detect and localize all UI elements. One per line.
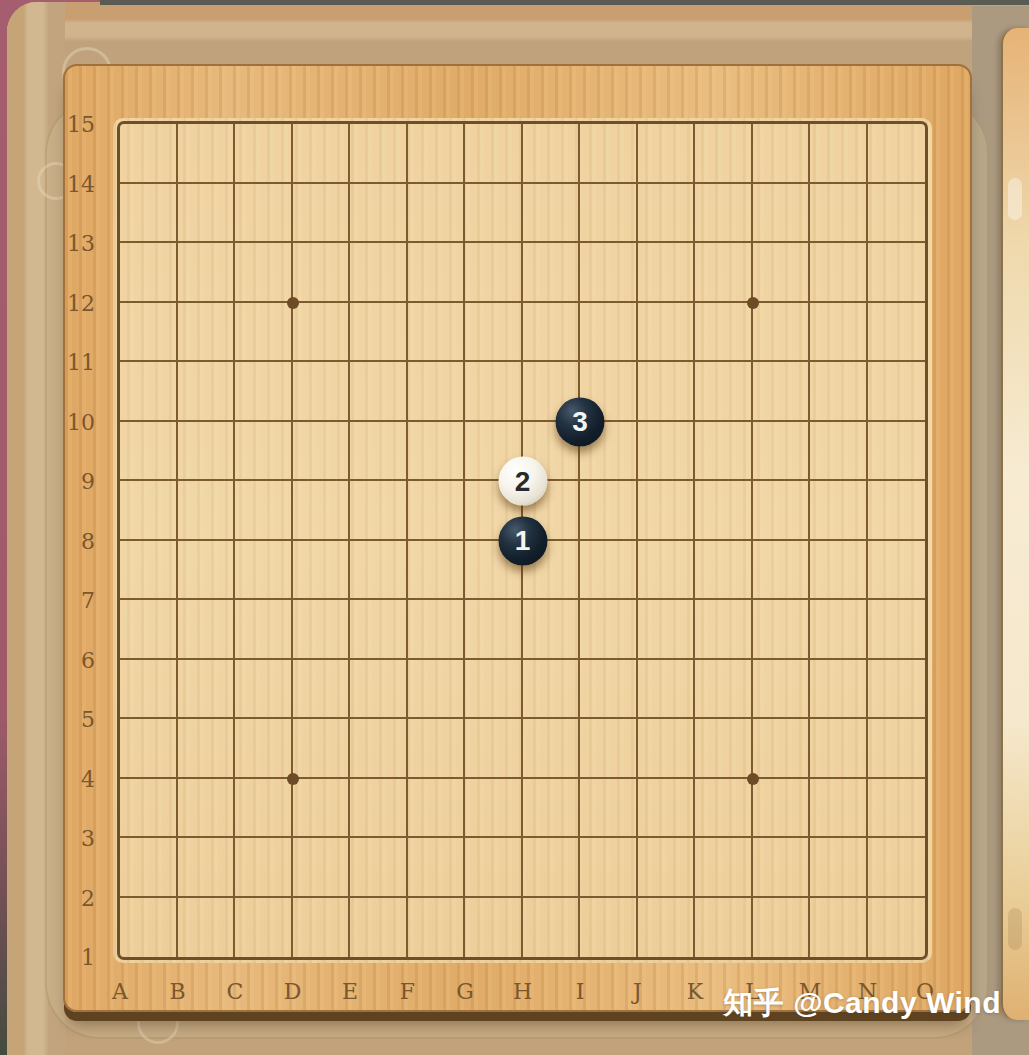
board-cell[interactable] [178, 660, 236, 720]
board-cell[interactable] [465, 898, 523, 958]
board-cell[interactable] [408, 779, 466, 839]
board-cell[interactable] [350, 898, 408, 958]
top-edge-strip [100, 0, 1029, 5]
board-cell[interactable] [120, 600, 178, 660]
stone-white-2-h9: 2 [498, 457, 547, 506]
board-cell[interactable] [753, 303, 811, 363]
board-cell[interactable] [120, 481, 178, 541]
board-cell[interactable] [120, 184, 178, 244]
row-label-7: 7 [81, 588, 95, 613]
board-cell[interactable] [523, 660, 581, 720]
row-label-13: 13 [67, 231, 95, 256]
board-cell[interactable] [465, 362, 523, 422]
row-label-2: 2 [81, 885, 95, 910]
board-cell[interactable] [235, 362, 293, 422]
board-cell[interactable] [638, 779, 696, 839]
row-label-12: 12 [67, 290, 95, 315]
board-playing-field: 151413121110987654321 ABCDEFGHIJKLMNO 12… [113, 118, 932, 963]
board-cell[interactable] [408, 303, 466, 363]
board-cell[interactable] [638, 422, 696, 482]
board-cell[interactable] [120, 838, 178, 898]
board-cell[interactable] [293, 779, 351, 839]
board-cell[interactable] [753, 184, 811, 244]
board-cell[interactable] [868, 779, 926, 839]
board-cell[interactable] [408, 541, 466, 601]
board-cell[interactable] [120, 779, 178, 839]
board-cell[interactable] [523, 838, 581, 898]
frame-top-band [7, 2, 1029, 68]
board-cell[interactable] [580, 481, 638, 541]
board-cell[interactable] [580, 779, 638, 839]
board-cell[interactable] [753, 481, 811, 541]
board-cell[interactable] [753, 898, 811, 958]
board-cell[interactable] [868, 660, 926, 720]
stone-move-number: 3 [572, 408, 588, 436]
board-cell[interactable] [293, 600, 351, 660]
board-cell[interactable] [868, 303, 926, 363]
board-cell[interactable] [178, 124, 236, 184]
board-cell[interactable] [753, 719, 811, 779]
board-cell[interactable] [753, 600, 811, 660]
board-cell[interactable] [465, 719, 523, 779]
board-cell[interactable] [408, 124, 466, 184]
board-cell[interactable] [293, 243, 351, 303]
board-cell[interactable] [408, 719, 466, 779]
board-cell[interactable] [695, 600, 753, 660]
board-cell[interactable] [408, 898, 466, 958]
row-label-9: 9 [81, 469, 95, 494]
board-cell[interactable] [810, 600, 868, 660]
board-cell[interactable] [638, 184, 696, 244]
board-cell[interactable] [753, 838, 811, 898]
board-cell[interactable] [408, 243, 466, 303]
board-cell[interactable] [350, 719, 408, 779]
board-cell[interactable] [523, 719, 581, 779]
column-label-d: D [284, 979, 302, 1004]
board-cell[interactable] [120, 124, 178, 184]
star-point-l4 [747, 773, 759, 785]
row-label-5: 5 [81, 707, 95, 732]
board-cell[interactable] [580, 124, 638, 184]
board-cell[interactable] [178, 779, 236, 839]
board-cell[interactable] [293, 422, 351, 482]
board-cell[interactable] [810, 541, 868, 601]
stone-black-1-h8: 1 [498, 516, 547, 565]
board-cell[interactable] [178, 838, 236, 898]
board-cell[interactable] [120, 660, 178, 720]
board-cell[interactable] [293, 481, 351, 541]
board-cell[interactable] [465, 184, 523, 244]
board-cell[interactable] [178, 600, 236, 660]
column-label-k: K [687, 979, 703, 1004]
board-cell[interactable] [695, 184, 753, 244]
board-cell[interactable] [695, 124, 753, 184]
column-label-h: H [513, 979, 532, 1004]
board-cell[interactable] [120, 898, 178, 958]
board-cell[interactable] [465, 838, 523, 898]
board-cell[interactable] [293, 541, 351, 601]
column-label-b: B [169, 979, 185, 1004]
board-cell[interactable] [868, 600, 926, 660]
board-cell[interactable] [120, 362, 178, 422]
board-cell[interactable] [235, 422, 293, 482]
board-cell[interactable] [350, 243, 408, 303]
board-cell[interactable] [523, 898, 581, 958]
board-cell[interactable] [465, 124, 523, 184]
board-cell[interactable] [868, 422, 926, 482]
column-label-g: G [456, 979, 474, 1004]
board-cell[interactable] [350, 303, 408, 363]
board-cell[interactable] [465, 779, 523, 839]
board-cell[interactable] [638, 362, 696, 422]
row-label-10: 10 [67, 409, 95, 434]
board-cell[interactable] [580, 898, 638, 958]
board-cell[interactable] [580, 838, 638, 898]
board-cell[interactable] [695, 422, 753, 482]
row-label-11: 11 [67, 350, 95, 375]
board-cell[interactable] [120, 719, 178, 779]
board-cell[interactable] [235, 898, 293, 958]
board-cell[interactable] [235, 719, 293, 779]
board-cell[interactable] [293, 362, 351, 422]
board-cell[interactable] [120, 243, 178, 303]
board-cell[interactable] [638, 243, 696, 303]
column-label-a: A [112, 979, 128, 1004]
board-cell[interactable] [408, 600, 466, 660]
column-label-i: I [576, 979, 585, 1004]
board-cell[interactable] [523, 600, 581, 660]
column-label-f: F [400, 979, 415, 1004]
board-cell[interactable] [120, 541, 178, 601]
star-point-d12 [287, 297, 299, 309]
board-cell[interactable] [350, 184, 408, 244]
board-cell[interactable] [293, 898, 351, 958]
board-cell[interactable] [523, 243, 581, 303]
side-panel-edge [1001, 28, 1029, 1020]
board-cell[interactable] [235, 184, 293, 244]
board-cell[interactable] [178, 898, 236, 958]
board-cell[interactable] [810, 124, 868, 184]
board-cell[interactable] [810, 898, 868, 958]
side-panel-icon [1008, 178, 1022, 220]
board-cell[interactable] [695, 898, 753, 958]
board-cell[interactable] [293, 124, 351, 184]
go-board: 151413121110987654321 ABCDEFGHIJKLMNO 12… [63, 64, 972, 1012]
board-cell[interactable] [638, 600, 696, 660]
board-cell[interactable] [350, 481, 408, 541]
board-cell[interactable] [580, 184, 638, 244]
board-cell[interactable] [465, 243, 523, 303]
board-cell[interactable] [235, 541, 293, 601]
board-cell[interactable] [868, 184, 926, 244]
board-cell[interactable] [810, 303, 868, 363]
board-cell[interactable] [580, 541, 638, 601]
stone-black-3-i10: 3 [556, 397, 605, 446]
board-cell[interactable] [408, 422, 466, 482]
board-cell[interactable] [638, 660, 696, 720]
board-cell[interactable] [580, 600, 638, 660]
board-cell[interactable] [638, 898, 696, 958]
board-cell[interactable] [753, 243, 811, 303]
board-cell[interactable] [638, 124, 696, 184]
board-cell[interactable] [120, 303, 178, 363]
board-cell[interactable] [293, 719, 351, 779]
board-cell[interactable] [638, 838, 696, 898]
board-cell[interactable] [350, 362, 408, 422]
star-point-l12 [747, 297, 759, 309]
board-cell[interactable] [235, 243, 293, 303]
board-cell[interactable] [695, 719, 753, 779]
board-cell[interactable] [465, 303, 523, 363]
board-cell[interactable] [580, 303, 638, 363]
board-cell[interactable] [350, 124, 408, 184]
board-cell[interactable] [523, 779, 581, 839]
board-cell[interactable] [868, 541, 926, 601]
board-cell[interactable] [695, 660, 753, 720]
board-cell[interactable] [753, 124, 811, 184]
board-cell[interactable] [695, 303, 753, 363]
board-cell[interactable] [868, 898, 926, 958]
board-cell[interactable] [235, 838, 293, 898]
column-label-e: E [342, 979, 358, 1004]
board-cell[interactable] [465, 600, 523, 660]
board-cell[interactable] [293, 184, 351, 244]
star-point-d4 [287, 773, 299, 785]
board-grid[interactable]: 151413121110987654321 ABCDEFGHIJKLMNO 12… [117, 121, 928, 960]
board-cell[interactable] [178, 303, 236, 363]
board-cell[interactable] [638, 719, 696, 779]
board-cell[interactable] [235, 124, 293, 184]
board-cell[interactable] [235, 303, 293, 363]
board-cell[interactable] [350, 660, 408, 720]
board-cell[interactable] [408, 481, 466, 541]
board-cell[interactable] [638, 481, 696, 541]
board-cell[interactable] [178, 184, 236, 244]
board-cell[interactable] [178, 362, 236, 422]
row-label-1: 1 [81, 945, 95, 970]
row-label-4: 4 [81, 766, 95, 791]
row-label-3: 3 [81, 826, 95, 851]
board-cell[interactable] [523, 303, 581, 363]
board-cell[interactable] [753, 779, 811, 839]
board-cell[interactable] [408, 838, 466, 898]
board-cell[interactable] [235, 600, 293, 660]
stone-move-number: 2 [515, 467, 531, 495]
board-cell[interactable] [695, 362, 753, 422]
board-cell[interactable] [350, 422, 408, 482]
board-cell[interactable] [350, 600, 408, 660]
board-cell[interactable] [408, 660, 466, 720]
board-cell[interactable] [580, 719, 638, 779]
board-cell[interactable] [178, 719, 236, 779]
column-label-j: J [633, 979, 642, 1004]
board-cell[interactable] [178, 481, 236, 541]
board-cell[interactable] [753, 362, 811, 422]
board-cell[interactable] [810, 184, 868, 244]
column-label-c: C [227, 979, 244, 1004]
board-cell[interactable] [178, 243, 236, 303]
board-cell[interactable] [810, 243, 868, 303]
board-cell[interactable] [235, 779, 293, 839]
board-cell[interactable] [235, 660, 293, 720]
row-label-15: 15 [67, 112, 95, 137]
board-cell[interactable] [810, 422, 868, 482]
watermark: 知乎 @Candy Wind [723, 983, 1001, 1024]
board-cell[interactable] [695, 838, 753, 898]
board-cell[interactable] [810, 362, 868, 422]
board-cell[interactable] [293, 303, 351, 363]
board-cell[interactable] [293, 660, 351, 720]
board-cell[interactable] [178, 541, 236, 601]
board-cell[interactable] [868, 124, 926, 184]
board-cell[interactable] [523, 124, 581, 184]
board-cell[interactable] [810, 838, 868, 898]
board-cell[interactable] [120, 422, 178, 482]
stone-move-number: 1 [515, 527, 531, 555]
board-cell[interactable] [810, 719, 868, 779]
board-cell[interactable] [695, 243, 753, 303]
board-cell[interactable] [350, 541, 408, 601]
board-cell[interactable] [810, 779, 868, 839]
app-window: 151413121110987654321 ABCDEFGHIJKLMNO 12… [0, 0, 1029, 1055]
row-label-6: 6 [81, 647, 95, 672]
board-cell[interactable] [408, 184, 466, 244]
board-cell[interactable] [753, 660, 811, 720]
board-cell[interactable] [408, 362, 466, 422]
board-cell[interactable] [695, 541, 753, 601]
board-cell[interactable] [868, 362, 926, 422]
row-label-14: 14 [67, 171, 95, 196]
board-cell[interactable] [580, 243, 638, 303]
row-labels: 151413121110987654321 [65, 124, 107, 957]
board-cell[interactable] [753, 422, 811, 482]
side-panel-icon [1008, 908, 1022, 950]
board-cell[interactable] [695, 481, 753, 541]
board-cell[interactable] [235, 481, 293, 541]
board-cell[interactable] [350, 838, 408, 898]
board-cell[interactable] [638, 303, 696, 363]
board-cell[interactable] [523, 184, 581, 244]
board-cell[interactable] [868, 838, 926, 898]
board-cell[interactable] [868, 243, 926, 303]
board-cell[interactable] [350, 779, 408, 839]
board-cell[interactable] [638, 541, 696, 601]
row-label-8: 8 [81, 528, 95, 553]
board-cell[interactable] [810, 660, 868, 720]
board-cell[interactable] [293, 838, 351, 898]
board-cell[interactable] [868, 719, 926, 779]
board-cell[interactable] [868, 481, 926, 541]
board-cell[interactable] [178, 422, 236, 482]
board-cell[interactable] [465, 660, 523, 720]
board-cell[interactable] [695, 779, 753, 839]
board-cell[interactable] [580, 660, 638, 720]
board-cell[interactable] [753, 541, 811, 601]
board-cell[interactable] [810, 481, 868, 541]
